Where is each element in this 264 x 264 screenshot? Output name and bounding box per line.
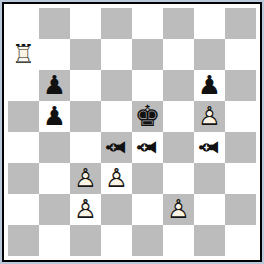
square-h4 [225,132,256,163]
square-c2: ♟♙ [70,194,101,225]
square-d1 [101,225,132,256]
square-a2 [8,194,39,225]
square-g3 [194,163,225,194]
black-bishop-rotated-d4: ♝ [101,132,132,163]
square-h7 [225,39,256,70]
square-c5 [70,101,101,132]
square-a6 [8,70,39,101]
square-f6 [163,70,194,101]
diagram-outer-border: ♜♖♟♟♟♚♟♙♝♝♝♟♙♟♙♟♙♟♙ [0,0,264,264]
square-f1 [163,225,194,256]
square-a3 [8,163,39,194]
piece-outline: ♙ [70,163,101,194]
black-pawn-g6: ♟ [194,70,225,101]
square-d8 [101,8,132,39]
square-b8 [39,8,70,39]
square-g1 [194,225,225,256]
square-g5: ♟♙ [194,101,225,132]
square-e7 [132,39,163,70]
square-a5 [8,101,39,132]
square-b5: ♟ [39,101,70,132]
square-b4 [39,132,70,163]
square-f3 [163,163,194,194]
black-pawn-b6: ♟ [39,70,70,101]
square-e6 [132,70,163,101]
square-g8 [194,8,225,39]
diagram-frame: ♜♖♟♟♟♚♟♙♝♝♝♟♙♟♙♟♙♟♙ [2,2,262,262]
square-h5 [225,101,256,132]
square-h2 [225,194,256,225]
square-f5 [163,101,194,132]
square-c7 [70,39,101,70]
square-h6 [225,70,256,101]
white-pawn-d3: ♟♙ [101,163,132,194]
square-c4 [70,132,101,163]
black-pawn-b5: ♟ [39,101,70,132]
square-c8 [70,8,101,39]
square-e3 [132,163,163,194]
square-a1 [8,225,39,256]
square-b2 [39,194,70,225]
white-pawn-c2: ♟♙ [70,194,101,225]
square-e4: ♝ [132,132,163,163]
square-f2: ♟♙ [163,194,194,225]
white-pawn-f2: ♟♙ [163,194,194,225]
square-f8 [163,8,194,39]
piece-outline: ♙ [70,194,101,225]
white-pawn-c3: ♟♙ [70,163,101,194]
square-f4 [163,132,194,163]
square-d3: ♟♙ [101,163,132,194]
piece-outline: ♙ [194,101,225,132]
square-g2 [194,194,225,225]
square-h1 [225,225,256,256]
square-a7: ♜♖ [8,39,39,70]
black-bishop-rotated-e4: ♝ [132,132,163,163]
square-h3 [225,163,256,194]
square-b1 [39,225,70,256]
piece-outline: ♙ [101,163,132,194]
square-g7 [194,39,225,70]
square-d2 [101,194,132,225]
square-a4 [8,132,39,163]
square-e8 [132,8,163,39]
piece-outline: ♖ [8,39,39,70]
square-h8 [225,8,256,39]
square-d5 [101,101,132,132]
square-e5: ♚ [132,101,163,132]
white-rook-a7: ♜♖ [8,39,39,70]
square-g6: ♟ [194,70,225,101]
square-e2 [132,194,163,225]
white-pawn-g5: ♟♙ [194,101,225,132]
square-g4: ♝ [194,132,225,163]
square-f7 [163,39,194,70]
square-d4: ♝ [101,132,132,163]
square-c6 [70,70,101,101]
square-b7 [39,39,70,70]
square-a8 [8,8,39,39]
square-c1 [70,225,101,256]
black-king-e5: ♚ [132,101,163,132]
chess-board: ♜♖♟♟♟♚♟♙♝♝♝♟♙♟♙♟♙♟♙ [8,8,256,256]
square-d6 [101,70,132,101]
square-c3: ♟♙ [70,163,101,194]
piece-outline: ♙ [163,194,194,225]
square-e1 [132,225,163,256]
square-d7 [101,39,132,70]
black-bishop-rotated-g4: ♝ [194,132,225,163]
square-b6: ♟ [39,70,70,101]
square-b3 [39,163,70,194]
